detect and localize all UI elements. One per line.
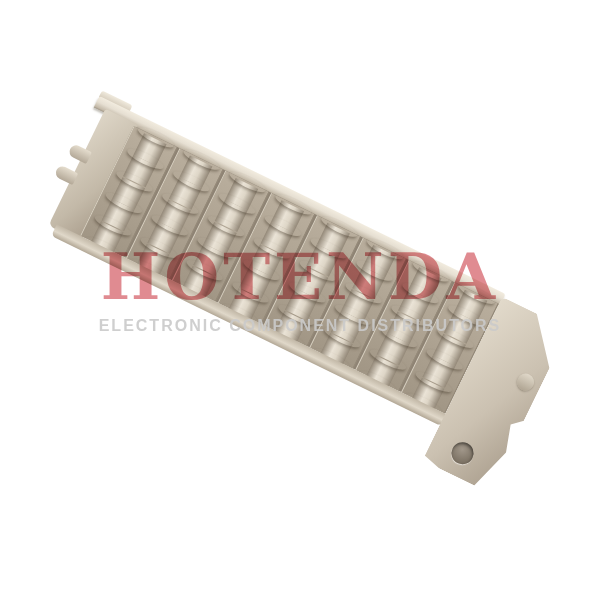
end-boss [514,371,537,394]
connector-body [29,102,571,496]
mounting-hole [448,438,477,467]
product-photo: HOTENDA ELECTRONIC COMPONENT DISTRIBUTOR… [0,0,600,600]
